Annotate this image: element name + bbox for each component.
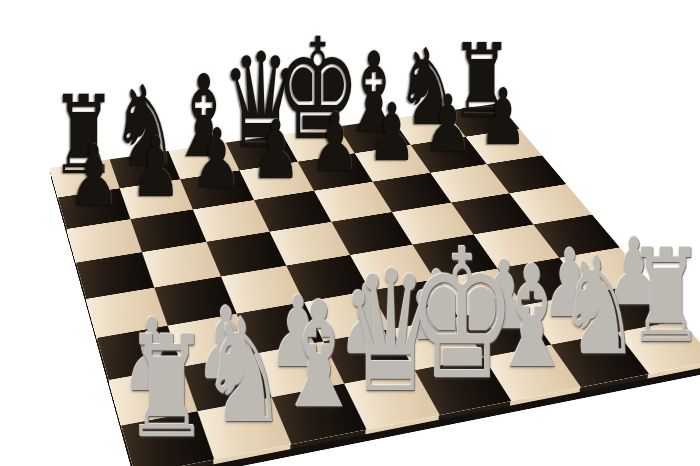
- piece-black-pawn-b7[interactable]: ♟: [131, 126, 182, 209]
- piece-black-pawn-e7[interactable]: ♟: [310, 101, 359, 181]
- piece-black-pawn-a7[interactable]: ♟: [68, 135, 119, 219]
- piece-black-pawn-g7[interactable]: ♟: [424, 86, 472, 165]
- chess-set-photo: ♜♞♝♛♚♝♞♜♟♟♟♟♟♟♟♟♟♟♟♟♟♟♟♟♜♞♝♛♚♝♞♜: [0, 0, 700, 466]
- piece-black-pawn-h7[interactable]: ♟: [479, 78, 527, 156]
- pieces-layer: ♜♞♝♛♚♝♞♜♟♟♟♟♟♟♟♟♟♟♟♟♟♟♟♟♜♞♝♛♚♝♞♜: [0, 0, 700, 466]
- piece-white-rook-h1[interactable]: ♜: [626, 232, 700, 361]
- piece-black-pawn-d7[interactable]: ♟: [252, 110, 302, 191]
- piece-white-rook-a1[interactable]: ♜: [124, 317, 210, 458]
- piece-black-pawn-f7[interactable]: ♟: [368, 93, 417, 173]
- piece-black-pawn-c7[interactable]: ♟: [192, 118, 242, 200]
